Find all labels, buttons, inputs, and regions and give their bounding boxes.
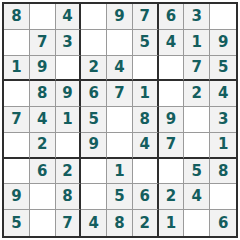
sudoku-cell-empty[interactable] (133, 56, 159, 82)
sudoku-cell-given: 2 (81, 56, 107, 82)
sudoku-cell-given: 4 (159, 30, 185, 56)
sudoku-cell-given: 5 (210, 56, 236, 82)
sudoku-cell-given: 3 (210, 107, 236, 133)
sudoku-cell-given: 7 (30, 30, 56, 56)
sudoku-cell-empty[interactable] (30, 184, 56, 210)
sudoku-board: 8497637354191924758967124741589329471621… (2, 2, 238, 238)
sudoku-cell-empty[interactable] (184, 210, 210, 236)
sudoku-cell-given: 1 (184, 30, 210, 56)
sudoku-page: 8497637354191924758967124741589329471621… (0, 0, 240, 240)
sudoku-cell-given: 2 (184, 81, 210, 107)
sudoku-cell-given: 4 (30, 107, 56, 133)
sudoku-cell-given: 5 (133, 30, 159, 56)
sudoku-cell-empty[interactable] (81, 4, 107, 30)
sudoku-cell-empty[interactable] (4, 133, 30, 159)
sudoku-cell-given: 8 (210, 159, 236, 185)
sudoku-cell-given: 6 (30, 159, 56, 185)
sudoku-cell-given: 3 (184, 4, 210, 30)
sudoku-cell-given: 7 (107, 81, 133, 107)
sudoku-cell-empty[interactable] (56, 133, 82, 159)
sudoku-cell-empty[interactable] (159, 56, 185, 82)
sudoku-cell-given: 5 (81, 107, 107, 133)
sudoku-cell-given: 9 (159, 107, 185, 133)
sudoku-cell-given: 9 (210, 30, 236, 56)
sudoku-cell-given: 8 (4, 4, 30, 30)
sudoku-cell-given: 7 (133, 4, 159, 30)
sudoku-cell-empty[interactable] (30, 4, 56, 30)
sudoku-cell-given: 1 (107, 159, 133, 185)
sudoku-cell-given: 2 (30, 133, 56, 159)
sudoku-cell-given: 9 (30, 56, 56, 82)
sudoku-cell-given: 4 (81, 210, 107, 236)
sudoku-cell-given: 2 (159, 184, 185, 210)
sudoku-cell-empty[interactable] (159, 159, 185, 185)
sudoku-cell-given: 9 (81, 133, 107, 159)
sudoku-cell-given: 1 (4, 56, 30, 82)
sudoku-cell-given: 8 (30, 81, 56, 107)
sudoku-cell-given: 5 (184, 159, 210, 185)
sudoku-cell-given: 5 (4, 210, 30, 236)
sudoku-cell-empty[interactable] (4, 159, 30, 185)
sudoku-cell-given: 2 (133, 210, 159, 236)
sudoku-cell-empty[interactable] (184, 107, 210, 133)
sudoku-cell-given: 9 (4, 184, 30, 210)
sudoku-cell-empty[interactable] (107, 30, 133, 56)
sudoku-cell-given: 3 (56, 30, 82, 56)
sudoku-cell-given: 6 (133, 184, 159, 210)
sudoku-cell-given: 4 (107, 56, 133, 82)
sudoku-cell-given: 8 (56, 184, 82, 210)
sudoku-cell-given: 4 (56, 4, 82, 30)
sudoku-cell-given: 1 (159, 210, 185, 236)
sudoku-cell-given: 8 (133, 107, 159, 133)
sudoku-cell-empty[interactable] (210, 4, 236, 30)
sudoku-cell-empty[interactable] (159, 81, 185, 107)
sudoku-cell-given: 9 (107, 4, 133, 30)
sudoku-cell-empty[interactable] (210, 184, 236, 210)
sudoku-cell-given: 6 (81, 81, 107, 107)
sudoku-cell-given: 7 (159, 133, 185, 159)
sudoku-cell-given: 7 (56, 210, 82, 236)
sudoku-cell-empty[interactable] (4, 81, 30, 107)
sudoku-cell-given: 2 (56, 159, 82, 185)
sudoku-cell-empty[interactable] (56, 56, 82, 82)
sudoku-cell-given: 9 (56, 81, 82, 107)
sudoku-cell-given: 1 (56, 107, 82, 133)
sudoku-cell-given: 6 (210, 210, 236, 236)
sudoku-cell-given: 8 (107, 210, 133, 236)
sudoku-cell-given: 4 (133, 133, 159, 159)
sudoku-cell-empty[interactable] (184, 133, 210, 159)
sudoku-cell-given: 4 (184, 184, 210, 210)
sudoku-cell-given: 1 (210, 133, 236, 159)
sudoku-cell-empty[interactable] (4, 30, 30, 56)
sudoku-cell-given: 5 (107, 184, 133, 210)
sudoku-cell-given: 7 (4, 107, 30, 133)
sudoku-cell-given: 1 (133, 81, 159, 107)
sudoku-cell-empty[interactable] (133, 159, 159, 185)
sudoku-cell-given: 6 (159, 4, 185, 30)
sudoku-cell-empty[interactable] (107, 133, 133, 159)
sudoku-cell-empty[interactable] (30, 210, 56, 236)
sudoku-cell-empty[interactable] (81, 30, 107, 56)
sudoku-cell-empty[interactable] (81, 159, 107, 185)
sudoku-cell-given: 7 (184, 56, 210, 82)
sudoku-cell-empty[interactable] (107, 107, 133, 133)
sudoku-cell-empty[interactable] (81, 184, 107, 210)
sudoku-cell-given: 4 (210, 81, 236, 107)
